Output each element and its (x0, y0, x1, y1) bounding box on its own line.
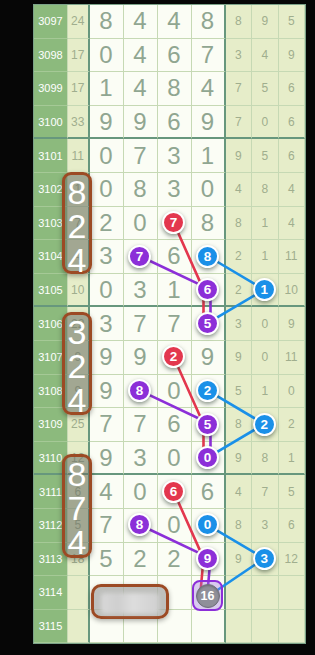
number-marker-purple-3106: 5 (196, 312, 219, 335)
number-marker-purple-3108: 8 (128, 379, 151, 402)
cell-3109-m2: 7 (124, 408, 158, 442)
cell-3099-m3: 8 (158, 72, 192, 106)
annotation-digit: 4 (68, 383, 87, 417)
cell-3113-r3: 12 (279, 543, 306, 577)
number-marker-purple-3110: 0 (196, 446, 219, 469)
pending-value-highlight: 16 (192, 580, 223, 611)
cell-3101-m2: 7 (124, 139, 158, 173)
cell-3099-m4: 4 (192, 72, 226, 106)
cell-3112-r1: 8 (226, 509, 253, 543)
cell-3101-r1: 9 (226, 139, 253, 173)
annotation-digit: 4 (68, 525, 87, 559)
cell-3109-m1: 7 (90, 408, 124, 442)
cell-3098-count: 17 (68, 39, 90, 73)
cell-3109-m3: 6 (158, 408, 192, 442)
cell-3114-r1 (226, 576, 253, 610)
cell-3103-m4: 8 (192, 207, 226, 241)
cell-3107-r3: 11 (279, 341, 306, 375)
cell-3102-m2: 8 (124, 173, 158, 207)
cell-3105-m1: 0 (90, 274, 124, 308)
cell-3101-r3: 6 (279, 139, 306, 173)
cell-3097-count: 24 (68, 5, 90, 39)
annotation-box-324: 324 (62, 312, 92, 415)
annotation-digit: 8 (68, 175, 87, 209)
cell-3102-r2: 8 (252, 173, 279, 207)
number-marker-blue-3104: 8 (196, 245, 219, 268)
cell-3098-r2: 4 (252, 39, 279, 73)
cell-3105-r3: 10 (279, 274, 306, 308)
number-marker-purple-3105: 6 (196, 278, 219, 301)
cell-3112-r3: 6 (279, 509, 306, 543)
cell-3110-m3: 0 (158, 442, 192, 476)
cell-3103-r3: 4 (279, 207, 306, 241)
cell-3114-r2 (252, 576, 279, 610)
cell-3100-r3: 6 (279, 106, 306, 140)
cell-3101-m4: 1 (192, 139, 226, 173)
cell-3099-m1: 1 (90, 72, 124, 106)
cell-3098-id: 3098 (34, 39, 68, 73)
cell-3097-r2: 9 (252, 5, 279, 39)
cell-3110-m2: 3 (124, 442, 158, 476)
cell-3097-m3: 4 (158, 5, 192, 39)
cell-3106-r3: 9 (279, 307, 306, 341)
cell-3102-r1: 4 (226, 173, 253, 207)
cell-3099-r1: 7 (226, 72, 253, 106)
cell-3114-count (68, 576, 90, 610)
cell-3104-m3: 6 (158, 240, 192, 274)
cell-3111-r1: 4 (226, 475, 253, 509)
cell-3100-r1: 7 (226, 106, 253, 140)
cell-3104-r1: 2 (226, 240, 253, 274)
cell-3101-m1: 0 (90, 139, 124, 173)
number-marker-purple-3109: 5 (196, 413, 219, 436)
cell-3105-m2: 3 (124, 274, 158, 308)
cell-3098-m3: 6 (158, 39, 192, 73)
cell-3098-m4: 7 (192, 39, 226, 73)
cell-3115-r3 (279, 610, 306, 644)
cell-3098-r3: 9 (279, 39, 306, 73)
cell-3103-m1: 2 (90, 207, 124, 241)
cell-3113-m1: 5 (90, 543, 124, 577)
cell-3109-r3: 2 (279, 408, 306, 442)
cell-3099-count: 17 (68, 72, 90, 106)
annotation-digit: 2 (68, 349, 87, 383)
pending-value-badge: 16 (196, 584, 220, 608)
cell-3110-r2: 8 (252, 442, 279, 476)
cell-3097-m1: 8 (90, 5, 124, 39)
cell-3101-id: 3101 (34, 139, 68, 173)
cell-3110-r3: 1 (279, 442, 306, 476)
cell-3097-r3: 5 (279, 5, 306, 39)
cell-3100-m1: 9 (90, 106, 124, 140)
cell-3102-r3: 4 (279, 173, 306, 207)
cell-3106-m3: 7 (158, 307, 192, 341)
cell-3107-m1: 9 (90, 341, 124, 375)
cell-3115-m4 (192, 610, 226, 644)
cell-3113-m2: 2 (124, 543, 158, 577)
cell-3104-r3: 11 (279, 240, 306, 274)
cell-3102-m3: 3 (158, 173, 192, 207)
cell-3106-m1: 3 (90, 307, 124, 341)
cell-3099-r3: 6 (279, 72, 306, 106)
cell-3107-m2: 9 (124, 341, 158, 375)
cell-3112-m1: 7 (90, 509, 124, 543)
cell-3114-r3 (279, 576, 306, 610)
cell-3104-r2: 1 (252, 240, 279, 274)
cell-3112-m3: 0 (158, 509, 192, 543)
annotation-digit: 4 (68, 243, 87, 277)
cell-3099-m2: 4 (124, 72, 158, 106)
cell-3109-id: 3109 (34, 408, 68, 442)
annotation-digit: 8 (68, 457, 87, 491)
cell-3100-id: 3100 (34, 106, 68, 140)
cell-3109-r1: 8 (226, 408, 253, 442)
cell-3097-id: 3097 (34, 5, 68, 39)
cell-3106-r1: 3 (226, 307, 253, 341)
cell-3099-id: 3099 (34, 72, 68, 106)
number-marker-red-3111: 6 (162, 480, 185, 503)
number-marker-red-3103: 7 (162, 211, 185, 234)
cell-3107-r1: 9 (226, 341, 253, 375)
cell-3108-r2: 1 (252, 375, 279, 409)
cell-3103-m2: 0 (124, 207, 158, 241)
number-marker-blue-3108: 2 (196, 379, 219, 402)
cell-3101-m3: 3 (158, 139, 192, 173)
cell-3097-m4: 8 (192, 5, 226, 39)
cell-3101-r2: 5 (252, 139, 279, 173)
cell-3111-r2: 7 (252, 475, 279, 509)
cell-3103-r2: 1 (252, 207, 279, 241)
cell-3115-r2 (252, 610, 279, 644)
number-marker-purple-3104: 7 (128, 245, 151, 268)
cell-3100-r2: 0 (252, 106, 279, 140)
trend-chart-screen: 3097248448895309817046734930991714847563… (0, 0, 315, 655)
annotation-box-874: 874 (62, 454, 92, 558)
cell-3105-r1: 2 (226, 274, 253, 308)
number-marker-purple-3113: 9 (196, 547, 219, 570)
annotation-digit: 7 (68, 491, 87, 525)
cell-3114-id: 3114 (34, 576, 68, 610)
censored-region (91, 584, 169, 619)
cell-3100-m2: 9 (124, 106, 158, 140)
cell-3099-r2: 5 (252, 72, 279, 106)
cell-3100-m3: 6 (158, 106, 192, 140)
cell-3102-m4: 0 (192, 173, 226, 207)
cell-3102-m1: 0 (90, 173, 124, 207)
cell-3108-r3: 0 (279, 375, 306, 409)
number-marker-blue-3113: 3 (253, 547, 276, 570)
cell-3115-id: 3115 (34, 610, 68, 644)
cell-3115-count (68, 610, 90, 644)
number-marker-blue-3105: 1 (253, 278, 276, 301)
cell-3113-r1: 9 (226, 543, 253, 577)
cell-3100-count: 33 (68, 106, 90, 140)
cell-3107-r2: 0 (252, 341, 279, 375)
cell-3104-m1: 3 (90, 240, 124, 274)
cell-3098-m1: 0 (90, 39, 124, 73)
cell-3108-r1: 5 (226, 375, 253, 409)
cell-3113-m3: 2 (158, 543, 192, 577)
cell-3103-r1: 8 (226, 207, 253, 241)
cell-3098-r1: 3 (226, 39, 253, 73)
cell-3111-m2: 0 (124, 475, 158, 509)
cell-3105-id: 3105 (34, 274, 68, 308)
cell-3110-r1: 9 (226, 442, 253, 476)
annotation-digit: 2 (68, 209, 87, 243)
cell-3106-r2: 0 (252, 307, 279, 341)
annotation-box-824: 824 (62, 172, 92, 274)
cell-3110-m1: 9 (90, 442, 124, 476)
cell-3107-m4: 9 (192, 341, 226, 375)
cell-3097-r1: 8 (226, 5, 253, 39)
cell-3108-m1: 9 (90, 375, 124, 409)
cell-3108-m3: 0 (158, 375, 192, 409)
cell-3111-r3: 5 (279, 475, 306, 509)
cell-3112-r2: 3 (252, 509, 279, 543)
censored-blur (101, 593, 159, 614)
cell-3097-m2: 4 (124, 5, 158, 39)
cell-3111-m1: 4 (90, 475, 124, 509)
annotation-digit: 3 (68, 315, 87, 349)
cell-3106-m2: 7 (124, 307, 158, 341)
cell-3098-m2: 4 (124, 39, 158, 73)
number-marker-blue-3109: 2 (253, 413, 276, 436)
cell-3100-m4: 9 (192, 106, 226, 140)
cell-3115-r1 (226, 610, 253, 644)
cell-3105-m3: 1 (158, 274, 192, 308)
cell-3111-m4: 6 (192, 475, 226, 509)
cell-3101-count: 11 (68, 139, 90, 173)
